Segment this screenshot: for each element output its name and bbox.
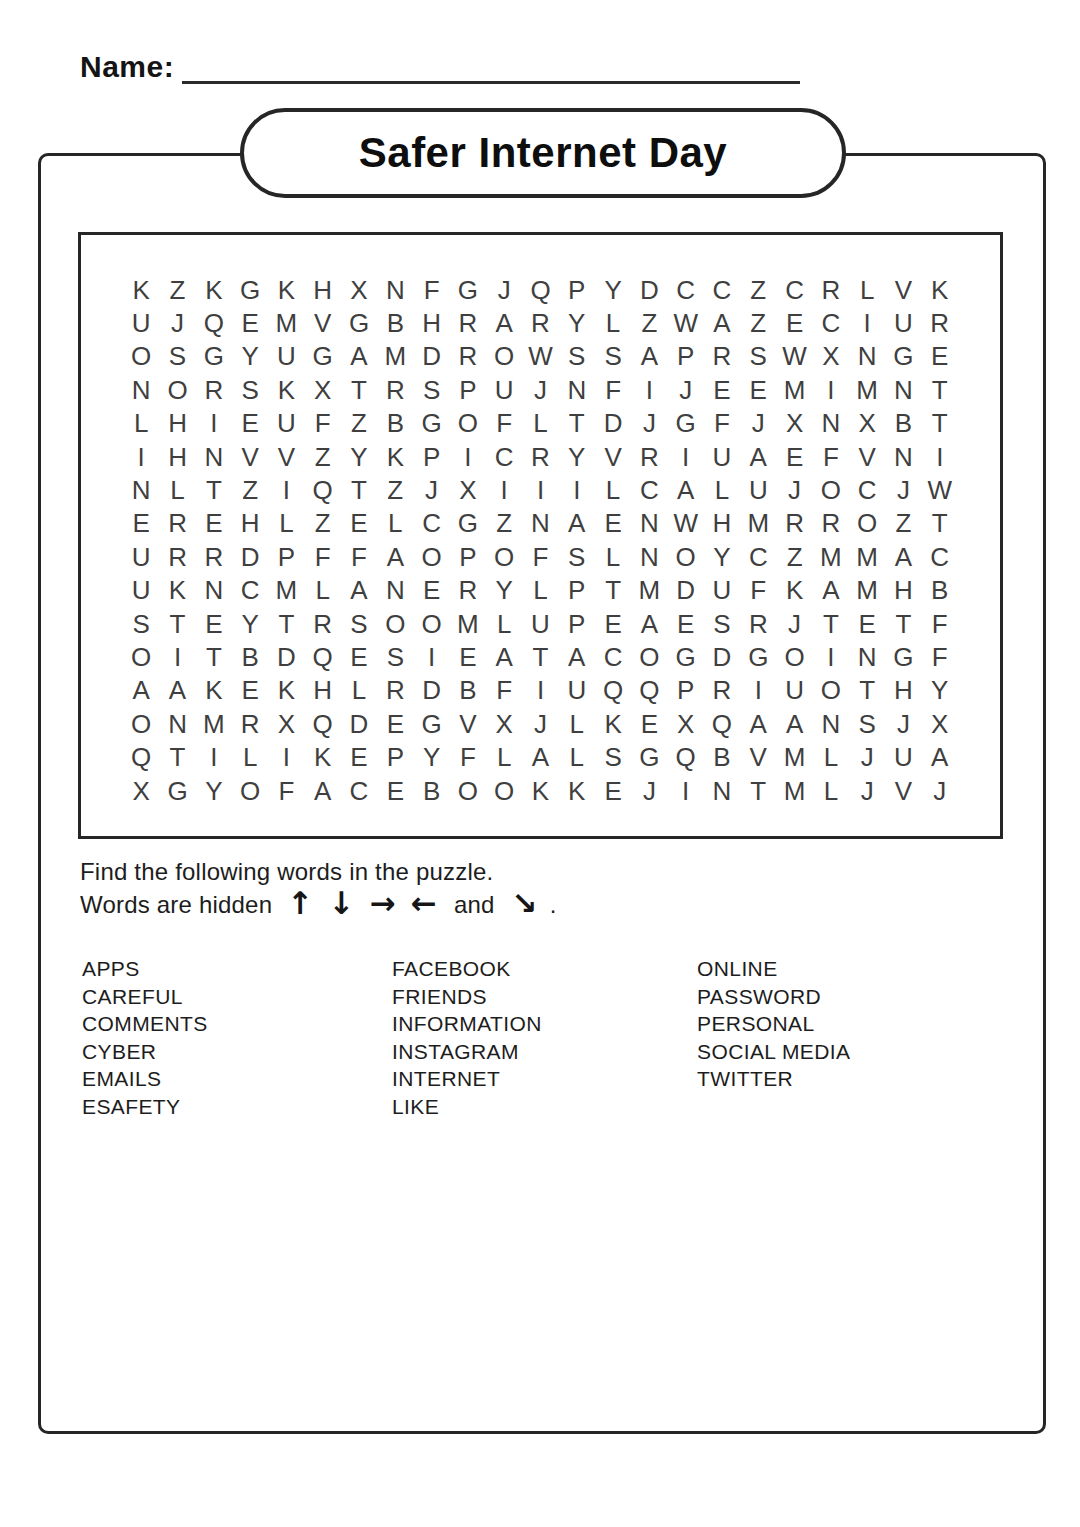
grid-cell[interactable]: R [377, 373, 413, 406]
grid-cell[interactable]: G [740, 640, 776, 673]
grid-cell[interactable]: Z [232, 473, 268, 506]
grid-cell[interactable]: Y [704, 540, 740, 573]
grid-cell[interactable]: A [885, 540, 921, 573]
grid-cell[interactable]: J [740, 407, 776, 440]
grid-cell[interactable]: P [559, 607, 595, 640]
grid-cell[interactable]: K [268, 273, 304, 306]
grid-cell[interactable]: A [668, 473, 704, 506]
grid-cell[interactable]: Q [522, 273, 558, 306]
grid-cell[interactable]: N [522, 507, 558, 540]
grid-cell[interactable]: Y [232, 607, 268, 640]
grid-cell[interactable]: T [341, 473, 377, 506]
grid-cell[interactable]: K [305, 740, 341, 773]
grid-cell[interactable]: H [305, 273, 341, 306]
grid-cell[interactable]: J [486, 273, 522, 306]
grid-cell[interactable]: U [268, 407, 304, 440]
grid-cell[interactable]: X [849, 407, 885, 440]
grid-cell[interactable]: F [413, 273, 449, 306]
grid-cell[interactable]: J [776, 607, 812, 640]
grid-cell[interactable]: G [885, 340, 921, 373]
grid-cell[interactable]: N [631, 540, 667, 573]
grid-cell[interactable]: V [740, 740, 776, 773]
grid-cell[interactable]: B [922, 574, 958, 607]
grid-cell[interactable]: R [813, 273, 849, 306]
grid-cell[interactable]: S [740, 340, 776, 373]
grid-cell[interactable]: L [704, 473, 740, 506]
grid-cell[interactable]: F [922, 607, 958, 640]
grid-cell[interactable]: Z [740, 273, 776, 306]
grid-cell[interactable]: C [341, 774, 377, 807]
grid-cell[interactable]: M [268, 574, 304, 607]
grid-cell[interactable]: U [486, 373, 522, 406]
grid-cell[interactable]: C [776, 273, 812, 306]
grid-cell[interactable]: I [522, 473, 558, 506]
grid-cell[interactable]: Q [305, 473, 341, 506]
grid-cell[interactable]: J [522, 373, 558, 406]
grid-cell[interactable]: I [813, 373, 849, 406]
grid-cell[interactable]: W [922, 473, 958, 506]
grid-cell[interactable]: R [450, 574, 486, 607]
grid-cell[interactable]: T [595, 574, 631, 607]
grid-cell[interactable]: X [668, 707, 704, 740]
grid-cell[interactable]: W [668, 507, 704, 540]
grid-cell[interactable]: E [232, 407, 268, 440]
grid-cell[interactable]: E [341, 507, 377, 540]
grid-cell[interactable]: O [486, 774, 522, 807]
grid-cell[interactable]: A [776, 707, 812, 740]
grid-cell[interactable]: W [668, 306, 704, 339]
grid-cell[interactable]: Q [305, 707, 341, 740]
grid-cell[interactable]: K [123, 273, 159, 306]
grid-cell[interactable]: U [885, 740, 921, 773]
grid-cell[interactable]: I [813, 640, 849, 673]
grid-cell[interactable]: E [704, 373, 740, 406]
grid-cell[interactable]: C [631, 473, 667, 506]
grid-cell[interactable]: E [595, 774, 631, 807]
grid-cell[interactable]: I [159, 640, 195, 673]
grid-cell[interactable]: I [268, 740, 304, 773]
grid-cell[interactable]: G [413, 407, 449, 440]
grid-cell[interactable]: F [813, 440, 849, 473]
grid-cell[interactable]: G [196, 340, 232, 373]
grid-cell[interactable]: R [232, 707, 268, 740]
grid-cell[interactable]: I [196, 740, 232, 773]
grid-cell[interactable]: Y [922, 674, 958, 707]
grid-cell[interactable]: F [305, 407, 341, 440]
grid-cell[interactable]: A [486, 640, 522, 673]
grid-cell[interactable]: F [522, 540, 558, 573]
grid-cell[interactable]: R [704, 340, 740, 373]
grid-cell[interactable]: P [377, 740, 413, 773]
grid-cell[interactable]: N [159, 707, 195, 740]
grid-cell[interactable]: A [377, 540, 413, 573]
grid-cell[interactable]: U [704, 574, 740, 607]
grid-cell[interactable]: R [377, 674, 413, 707]
grid-cell[interactable]: Y [413, 740, 449, 773]
grid-cell[interactable]: Q [305, 640, 341, 673]
grid-cell[interactable]: U [123, 540, 159, 573]
grid-cell[interactable]: V [232, 440, 268, 473]
grid-cell[interactable]: K [595, 707, 631, 740]
grid-cell[interactable]: L [305, 574, 341, 607]
grid-cell[interactable]: L [522, 574, 558, 607]
grid-cell[interactable]: E [413, 574, 449, 607]
grid-cell[interactable]: L [123, 407, 159, 440]
grid-cell[interactable]: L [341, 674, 377, 707]
grid-cell[interactable]: C [486, 440, 522, 473]
grid-cell[interactable]: A [922, 740, 958, 773]
grid-cell[interactable]: Z [341, 407, 377, 440]
grid-cell[interactable]: X [922, 707, 958, 740]
grid-cell[interactable]: R [922, 306, 958, 339]
grid-cell[interactable]: V [885, 774, 921, 807]
grid-cell[interactable]: P [668, 340, 704, 373]
grid-cell[interactable]: H [159, 407, 195, 440]
grid-cell[interactable]: A [813, 574, 849, 607]
grid-cell[interactable]: R [522, 440, 558, 473]
grid-cell[interactable]: A [486, 306, 522, 339]
grid-cell[interactable]: Y [559, 306, 595, 339]
grid-cell[interactable]: T [740, 774, 776, 807]
grid-cell[interactable]: M [776, 774, 812, 807]
grid-cell[interactable]: N [559, 373, 595, 406]
grid-cell[interactable]: O [776, 640, 812, 673]
grid-cell[interactable]: T [849, 674, 885, 707]
grid-cell[interactable]: C [813, 306, 849, 339]
grid-cell[interactable]: V [268, 440, 304, 473]
grid-cell[interactable]: I [413, 640, 449, 673]
grid-cell[interactable]: U [268, 340, 304, 373]
grid-cell[interactable]: K [196, 674, 232, 707]
grid-cell[interactable]: E [196, 607, 232, 640]
grid-cell[interactable]: E [232, 674, 268, 707]
grid-cell[interactable]: L [595, 540, 631, 573]
grid-cell[interactable]: K [922, 273, 958, 306]
grid-cell[interactable]: R [631, 440, 667, 473]
grid-cell[interactable]: G [885, 640, 921, 673]
grid-cell[interactable]: K [522, 774, 558, 807]
grid-cell[interactable]: T [159, 607, 195, 640]
grid-cell[interactable]: S [704, 607, 740, 640]
grid-cell[interactable]: Z [885, 507, 921, 540]
grid-cell[interactable]: S [595, 740, 631, 773]
grid-cell[interactable]: Y [595, 273, 631, 306]
grid-cell[interactable]: Z [305, 507, 341, 540]
grid-cell[interactable]: A [159, 674, 195, 707]
grid-cell[interactable]: M [849, 540, 885, 573]
grid-cell[interactable]: K [159, 574, 195, 607]
grid-cell[interactable]: Z [377, 473, 413, 506]
grid-cell[interactable]: T [522, 640, 558, 673]
grid-cell[interactable]: V [849, 440, 885, 473]
grid-cell[interactable]: R [196, 540, 232, 573]
grid-cell[interactable]: D [595, 407, 631, 440]
grid-cell[interactable]: Y [486, 574, 522, 607]
grid-cell[interactable]: S [159, 340, 195, 373]
grid-cell[interactable]: H [232, 507, 268, 540]
grid-cell[interactable]: J [776, 473, 812, 506]
grid-cell[interactable]: M [849, 373, 885, 406]
grid-cell[interactable]: E [922, 340, 958, 373]
grid-cell[interactable]: W [522, 340, 558, 373]
grid-cell[interactable]: S [595, 340, 631, 373]
grid-cell[interactable]: Q [668, 740, 704, 773]
grid-cell[interactable]: Z [305, 440, 341, 473]
grid-cell[interactable]: G [450, 507, 486, 540]
grid-cell[interactable]: R [305, 607, 341, 640]
grid-cell[interactable]: O [232, 774, 268, 807]
grid-cell[interactable]: I [740, 674, 776, 707]
grid-cell[interactable]: P [450, 373, 486, 406]
grid-cell[interactable]: D [704, 640, 740, 673]
grid-cell[interactable]: F [486, 407, 522, 440]
grid-cell[interactable]: J [631, 407, 667, 440]
grid-cell[interactable]: M [268, 306, 304, 339]
grid-cell[interactable]: X [268, 707, 304, 740]
grid-cell[interactable]: P [413, 440, 449, 473]
grid-cell[interactable]: T [196, 640, 232, 673]
grid-cell[interactable]: O [849, 507, 885, 540]
grid-cell[interactable]: L [522, 407, 558, 440]
grid-cell[interactable]: N [849, 340, 885, 373]
grid-cell[interactable]: E [377, 774, 413, 807]
grid-cell[interactable]: G [413, 707, 449, 740]
grid-cell[interactable]: M [813, 540, 849, 573]
grid-cell[interactable]: V [305, 306, 341, 339]
grid-cell[interactable]: O [631, 640, 667, 673]
grid-cell[interactable]: Q [631, 674, 667, 707]
grid-cell[interactable]: A [341, 340, 377, 373]
grid-cell[interactable]: I [522, 674, 558, 707]
grid-cell[interactable]: H [885, 674, 921, 707]
grid-cell[interactable]: O [486, 340, 522, 373]
grid-cell[interactable]: B [704, 740, 740, 773]
grid-cell[interactable]: Y [196, 774, 232, 807]
grid-cell[interactable]: X [341, 273, 377, 306]
grid-cell[interactable]: N [813, 707, 849, 740]
grid-cell[interactable]: T [196, 473, 232, 506]
grid-cell[interactable]: F [305, 540, 341, 573]
grid-cell[interactable]: S [559, 340, 595, 373]
grid-cell[interactable]: D [413, 340, 449, 373]
grid-cell[interactable]: C [704, 273, 740, 306]
grid-cell[interactable]: R [740, 607, 776, 640]
grid-cell[interactable]: L [232, 740, 268, 773]
grid-cell[interactable]: T [922, 373, 958, 406]
grid-cell[interactable]: I [922, 440, 958, 473]
grid-cell[interactable]: H [885, 574, 921, 607]
grid-cell[interactable]: B [377, 306, 413, 339]
grid-cell[interactable]: G [631, 740, 667, 773]
grid-cell[interactable]: K [268, 674, 304, 707]
grid-cell[interactable]: E [196, 507, 232, 540]
grid-cell[interactable]: U [559, 674, 595, 707]
grid-cell[interactable]: X [776, 407, 812, 440]
grid-cell[interactable]: P [559, 574, 595, 607]
grid-cell[interactable]: L [595, 306, 631, 339]
grid-cell[interactable]: O [123, 707, 159, 740]
grid-cell[interactable]: P [450, 540, 486, 573]
grid-cell[interactable]: N [704, 774, 740, 807]
grid-cell[interactable]: D [341, 707, 377, 740]
grid-cell[interactable]: L [377, 507, 413, 540]
grid-cell[interactable]: I [268, 473, 304, 506]
grid-cell[interactable]: L [486, 740, 522, 773]
grid-cell[interactable]: I [849, 306, 885, 339]
grid-cell[interactable]: J [413, 473, 449, 506]
grid-cell[interactable]: K [196, 273, 232, 306]
grid-cell[interactable]: I [668, 774, 704, 807]
grid-cell[interactable]: A [631, 340, 667, 373]
grid-cell[interactable]: H [305, 674, 341, 707]
grid-cell[interactable]: F [450, 740, 486, 773]
grid-cell[interactable]: M [849, 574, 885, 607]
grid-cell[interactable]: A [559, 640, 595, 673]
grid-cell[interactable]: M [196, 707, 232, 740]
grid-cell[interactable]: T [559, 407, 595, 440]
grid-cell[interactable]: N [123, 373, 159, 406]
grid-cell[interactable]: C [595, 640, 631, 673]
grid-cell[interactable]: E [849, 607, 885, 640]
grid-cell[interactable]: G [668, 640, 704, 673]
grid-cell[interactable]: E [776, 306, 812, 339]
grid-cell[interactable]: O [668, 540, 704, 573]
grid-cell[interactable]: S [413, 373, 449, 406]
grid-cell[interactable]: U [704, 440, 740, 473]
grid-cell[interactable]: J [885, 707, 921, 740]
grid-cell[interactable]: T [885, 607, 921, 640]
grid-cell[interactable]: Z [631, 306, 667, 339]
grid-cell[interactable]: Y [559, 440, 595, 473]
grid-cell[interactable]: H [159, 440, 195, 473]
grid-cell[interactable]: T [813, 607, 849, 640]
grid-cell[interactable]: S [849, 707, 885, 740]
grid-cell[interactable]: I [450, 440, 486, 473]
grid-cell[interactable]: J [159, 306, 195, 339]
grid-cell[interactable]: L [268, 507, 304, 540]
grid-cell[interactable]: F [704, 407, 740, 440]
grid-cell[interactable]: R [196, 373, 232, 406]
grid-cell[interactable]: I [559, 473, 595, 506]
grid-cell[interactable]: C [922, 540, 958, 573]
grid-cell[interactable]: Q [595, 674, 631, 707]
grid-cell[interactable]: B [377, 407, 413, 440]
grid-cell[interactable]: G [305, 340, 341, 373]
grid-cell[interactable]: I [668, 440, 704, 473]
grid-cell[interactable]: E [668, 607, 704, 640]
grid-cell[interactable]: Q [123, 740, 159, 773]
grid-cell[interactable]: S [377, 640, 413, 673]
grid-cell[interactable]: A [740, 440, 776, 473]
grid-cell[interactable]: U [885, 306, 921, 339]
grid-cell[interactable]: P [268, 540, 304, 573]
grid-cell[interactable]: O [486, 540, 522, 573]
grid-cell[interactable]: E [341, 740, 377, 773]
grid-cell[interactable]: C [668, 273, 704, 306]
grid-cell[interactable]: O [813, 473, 849, 506]
grid-cell[interactable]: L [559, 740, 595, 773]
grid-cell[interactable]: X [123, 774, 159, 807]
grid-cell[interactable]: E [595, 507, 631, 540]
grid-cell[interactable]: X [305, 373, 341, 406]
grid-cell[interactable]: J [631, 774, 667, 807]
grid-cell[interactable]: N [885, 373, 921, 406]
grid-cell[interactable]: L [159, 473, 195, 506]
grid-cell[interactable]: R [522, 306, 558, 339]
grid-cell[interactable]: S [232, 373, 268, 406]
grid-cell[interactable]: Z [776, 540, 812, 573]
grid-cell[interactable]: N [196, 574, 232, 607]
grid-cell[interactable]: O [413, 540, 449, 573]
grid-cell[interactable]: D [268, 640, 304, 673]
grid-cell[interactable]: V [885, 273, 921, 306]
grid-cell[interactable]: R [704, 674, 740, 707]
grid-cell[interactable]: I [196, 407, 232, 440]
grid-cell[interactable]: E [123, 507, 159, 540]
grid-cell[interactable]: G [232, 273, 268, 306]
grid-cell[interactable]: W [776, 340, 812, 373]
grid-cell[interactable]: L [559, 707, 595, 740]
grid-cell[interactable]: F [268, 774, 304, 807]
grid-cell[interactable]: A [631, 607, 667, 640]
grid-cell[interactable]: B [885, 407, 921, 440]
grid-cell[interactable]: D [232, 540, 268, 573]
grid-cell[interactable]: O [450, 774, 486, 807]
grid-cell[interactable]: Y [232, 340, 268, 373]
grid-cell[interactable]: T [922, 507, 958, 540]
grid-cell[interactable]: N [196, 440, 232, 473]
grid-cell[interactable]: C [413, 507, 449, 540]
grid-cell[interactable]: T [159, 740, 195, 773]
grid-cell[interactable]: S [341, 607, 377, 640]
grid-cell[interactable]: A [704, 306, 740, 339]
grid-cell[interactable]: F [341, 540, 377, 573]
grid-cell[interactable]: L [849, 273, 885, 306]
grid-cell[interactable]: S [123, 607, 159, 640]
grid-cell[interactable]: E [740, 373, 776, 406]
grid-cell[interactable]: G [159, 774, 195, 807]
grid-cell[interactable]: N [885, 440, 921, 473]
grid-cell[interactable]: Z [159, 273, 195, 306]
grid-cell[interactable]: A [305, 774, 341, 807]
grid-cell[interactable]: L [486, 607, 522, 640]
grid-cell[interactable]: M [450, 607, 486, 640]
grid-cell[interactable]: O [159, 373, 195, 406]
grid-cell[interactable]: I [123, 440, 159, 473]
grid-cell[interactable]: M [740, 507, 776, 540]
grid-cell[interactable]: K [776, 574, 812, 607]
grid-cell[interactable]: N [123, 473, 159, 506]
grid-cell[interactable]: B [450, 674, 486, 707]
grid-cell[interactable]: U [776, 674, 812, 707]
grid-cell[interactable]: R [776, 507, 812, 540]
grid-cell[interactable]: N [377, 273, 413, 306]
grid-cell[interactable]: X [450, 473, 486, 506]
grid-cell[interactable]: D [413, 674, 449, 707]
grid-cell[interactable]: R [813, 507, 849, 540]
grid-cell[interactable]: N [377, 574, 413, 607]
grid-cell[interactable]: J [849, 740, 885, 773]
grid-cell[interactable]: A [123, 674, 159, 707]
grid-cell[interactable]: T [268, 607, 304, 640]
name-input-line[interactable] [182, 53, 800, 84]
grid-cell[interactable]: V [595, 440, 631, 473]
grid-cell[interactable]: M [776, 373, 812, 406]
grid-cell[interactable]: D [668, 574, 704, 607]
grid-cell[interactable]: K [268, 373, 304, 406]
grid-cell[interactable]: T [341, 373, 377, 406]
grid-cell[interactable]: O [123, 340, 159, 373]
